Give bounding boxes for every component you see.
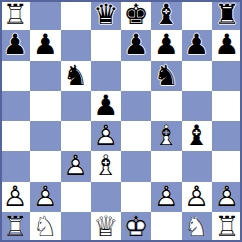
piece-black-knight[interactable]: ♞ xyxy=(151,61,181,91)
black-rook-icon: ♜ xyxy=(212,0,242,30)
square-a3[interactable] xyxy=(0,151,30,181)
square-d2[interactable] xyxy=(91,182,121,212)
piece-black-queen[interactable]: ♛ xyxy=(91,0,121,30)
square-d7[interactable] xyxy=(91,30,121,60)
chess-board: ♜♖♛♚♝♜♟♟♟♟♟♟♞♞♟♟♙♝♗♝♟♙♝♗♟♙♟♙♟♙♟♙♟♙♜♖♞♘♛♕… xyxy=(0,0,242,242)
square-b7[interactable]: ♟ xyxy=(30,30,60,60)
piece-black-pawn[interactable]: ♟ xyxy=(182,30,212,60)
white-rook-outline-icon: ♖ xyxy=(0,212,30,242)
square-g3[interactable] xyxy=(182,151,212,181)
square-f6[interactable]: ♞ xyxy=(151,61,181,91)
piece-black-king[interactable]: ♚ xyxy=(121,0,151,30)
piece-white-knight[interactable]: ♞♘ xyxy=(182,212,212,242)
piece-white-rook[interactable]: ♜♖ xyxy=(0,212,30,242)
square-b8[interactable] xyxy=(30,0,60,30)
piece-white-rook[interactable]: ♜♖ xyxy=(212,212,242,242)
square-d3[interactable]: ♝♗ xyxy=(91,151,121,181)
square-a4[interactable] xyxy=(0,121,30,151)
square-g2[interactable]: ♟♙ xyxy=(182,182,212,212)
square-a7[interactable]: ♟ xyxy=(0,30,30,60)
white-pawn-outline-icon: ♙ xyxy=(61,151,91,181)
square-h3[interactable] xyxy=(212,151,242,181)
piece-white-pawn[interactable]: ♟♙ xyxy=(151,182,181,212)
square-c8[interactable] xyxy=(61,0,91,30)
square-f5[interactable] xyxy=(151,91,181,121)
square-d8[interactable]: ♛ xyxy=(91,0,121,30)
square-e6[interactable] xyxy=(121,61,151,91)
piece-black-bishop[interactable]: ♝ xyxy=(182,121,212,151)
square-a1[interactable]: ♜♖ xyxy=(0,212,30,242)
square-b2[interactable]: ♟♙ xyxy=(30,182,60,212)
piece-black-pawn[interactable]: ♟ xyxy=(212,30,242,60)
black-pawn-icon: ♟ xyxy=(151,30,181,60)
black-pawn-icon: ♟ xyxy=(212,30,242,60)
black-pawn-icon: ♟ xyxy=(30,30,60,60)
piece-white-rook[interactable]: ♜♖ xyxy=(0,0,30,30)
square-c2[interactable] xyxy=(61,182,91,212)
white-queen-outline-icon: ♕ xyxy=(91,212,121,242)
square-f4[interactable]: ♝♗ xyxy=(151,121,181,151)
square-e7[interactable]: ♟ xyxy=(121,30,151,60)
square-f3[interactable] xyxy=(151,151,181,181)
white-knight-outline-icon: ♘ xyxy=(182,212,212,242)
square-a6[interactable] xyxy=(0,61,30,91)
square-h5[interactable] xyxy=(212,91,242,121)
black-knight-icon: ♞ xyxy=(61,61,91,91)
square-b3[interactable] xyxy=(30,151,60,181)
square-b1[interactable]: ♞♘ xyxy=(30,212,60,242)
white-bishop-outline-icon: ♗ xyxy=(91,151,121,181)
square-g8[interactable] xyxy=(182,0,212,30)
white-pawn-outline-icon: ♙ xyxy=(30,182,60,212)
square-a2[interactable]: ♟♙ xyxy=(0,182,30,212)
piece-white-bishop[interactable]: ♝♗ xyxy=(151,121,181,151)
piece-white-pawn[interactable]: ♟♙ xyxy=(61,151,91,181)
white-bishop-outline-icon: ♗ xyxy=(151,121,181,151)
square-d6[interactable] xyxy=(91,61,121,91)
square-c6[interactable]: ♞ xyxy=(61,61,91,91)
square-h1[interactable]: ♜♖ xyxy=(212,212,242,242)
square-g4[interactable]: ♝ xyxy=(182,121,212,151)
black-bishop-icon: ♝ xyxy=(182,121,212,151)
square-g5[interactable] xyxy=(182,91,212,121)
square-d5[interactable]: ♟ xyxy=(91,91,121,121)
square-d4[interactable]: ♟♙ xyxy=(91,121,121,151)
square-f8[interactable]: ♝ xyxy=(151,0,181,30)
white-pawn-outline-icon: ♙ xyxy=(182,182,212,212)
square-f2[interactable]: ♟♙ xyxy=(151,182,181,212)
square-e8[interactable]: ♚ xyxy=(121,0,151,30)
square-h6[interactable] xyxy=(212,61,242,91)
white-pawn-outline-icon: ♙ xyxy=(91,121,121,151)
square-c1[interactable] xyxy=(61,212,91,242)
square-g7[interactable]: ♟ xyxy=(182,30,212,60)
square-g6[interactable] xyxy=(182,61,212,91)
square-b5[interactable] xyxy=(30,91,60,121)
square-h7[interactable]: ♟ xyxy=(212,30,242,60)
piece-white-pawn[interactable]: ♟♙ xyxy=(212,182,242,212)
black-bishop-icon: ♝ xyxy=(151,0,181,30)
piece-black-pawn[interactable]: ♟ xyxy=(121,30,151,60)
piece-white-pawn[interactable]: ♟♙ xyxy=(182,182,212,212)
square-b4[interactable] xyxy=(30,121,60,151)
square-g1[interactable]: ♞♘ xyxy=(182,212,212,242)
square-e1[interactable]: ♚♔ xyxy=(121,212,151,242)
piece-black-knight[interactable]: ♞ xyxy=(61,61,91,91)
square-c5[interactable] xyxy=(61,91,91,121)
black-pawn-icon: ♟ xyxy=(182,30,212,60)
piece-white-king[interactable]: ♚♔ xyxy=(121,212,151,242)
square-d1[interactable]: ♛♕ xyxy=(91,212,121,242)
black-queen-icon: ♛ xyxy=(91,0,121,30)
piece-white-queen[interactable]: ♛♕ xyxy=(91,212,121,242)
square-a5[interactable] xyxy=(0,91,30,121)
white-rook-outline-icon: ♖ xyxy=(212,212,242,242)
piece-black-pawn[interactable]: ♟ xyxy=(91,91,121,121)
black-pawn-icon: ♟ xyxy=(121,30,151,60)
white-rook-outline-icon: ♖ xyxy=(0,0,30,30)
square-c4[interactable] xyxy=(61,121,91,151)
piece-white-knight[interactable]: ♞♘ xyxy=(30,212,60,242)
black-king-icon: ♚ xyxy=(121,0,151,30)
square-e4[interactable] xyxy=(121,121,151,151)
black-knight-icon: ♞ xyxy=(151,61,181,91)
piece-white-pawn[interactable]: ♟♙ xyxy=(0,182,30,212)
piece-white-pawn[interactable]: ♟♙ xyxy=(30,182,60,212)
square-f1[interactable] xyxy=(151,212,181,242)
square-e2[interactable] xyxy=(121,182,151,212)
white-pawn-outline-icon: ♙ xyxy=(151,182,181,212)
piece-white-bishop[interactable]: ♝♗ xyxy=(91,151,121,181)
black-pawn-icon: ♟ xyxy=(91,91,121,121)
board-grid: ♜♖♛♚♝♜♟♟♟♟♟♟♞♞♟♟♙♝♗♝♟♙♝♗♟♙♟♙♟♙♟♙♟♙♜♖♞♘♛♕… xyxy=(0,0,242,242)
white-pawn-outline-icon: ♙ xyxy=(0,182,30,212)
piece-black-pawn[interactable]: ♟ xyxy=(151,30,181,60)
square-c3[interactable]: ♟♙ xyxy=(61,151,91,181)
square-b6[interactable] xyxy=(30,61,60,91)
piece-black-pawn[interactable]: ♟ xyxy=(0,30,30,60)
piece-black-pawn[interactable]: ♟ xyxy=(30,30,60,60)
piece-black-bishop[interactable]: ♝ xyxy=(151,0,181,30)
square-h2[interactable]: ♟♙ xyxy=(212,182,242,212)
square-h8[interactable]: ♜ xyxy=(212,0,242,30)
piece-white-pawn[interactable]: ♟♙ xyxy=(91,121,121,151)
square-a8[interactable]: ♜♖ xyxy=(0,0,30,30)
piece-black-rook[interactable]: ♜ xyxy=(212,0,242,30)
white-king-outline-icon: ♔ xyxy=(121,212,151,242)
white-pawn-outline-icon: ♙ xyxy=(212,182,242,212)
square-c7[interactable] xyxy=(61,30,91,60)
square-h4[interactable] xyxy=(212,121,242,151)
black-pawn-icon: ♟ xyxy=(0,30,30,60)
white-knight-outline-icon: ♘ xyxy=(30,212,60,242)
square-e3[interactable] xyxy=(121,151,151,181)
square-f7[interactable]: ♟ xyxy=(151,30,181,60)
square-e5[interactable] xyxy=(121,91,151,121)
